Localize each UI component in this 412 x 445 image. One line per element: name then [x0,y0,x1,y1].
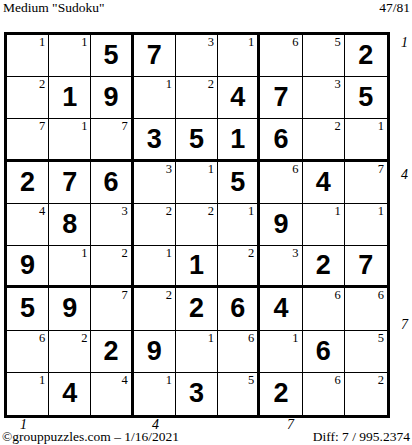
cell-r9c8[interactable]: 6 [303,373,345,415]
pencil-mark: 1 [81,246,87,260]
cell-r9c3[interactable]: 4 [91,373,133,415]
pencil-mark: 5 [378,331,384,345]
pencil-mark: 4 [39,204,45,218]
cell-r3c6[interactable]: 1 [218,119,260,161]
filled-digit: 4 [49,373,90,415]
cell-r1c6[interactable]: 1 [218,35,260,77]
cell-r1c1[interactable]: 1 [7,35,49,77]
pencil-mark: 2 [121,246,127,260]
pencil-mark: 1 [208,331,214,345]
filled-digit: 9 [49,288,90,329]
cell-r1c7[interactable]: 6 [260,35,302,77]
cell-r9c7[interactable]: 2 [260,373,302,415]
pencil-mark: 1 [248,35,254,49]
pencil-mark: 6 [335,288,341,302]
cell-r7c8[interactable]: 6 [303,288,345,330]
cell-r5c4[interactable]: 2 [134,204,176,246]
cell-r4c7[interactable]: 6 [260,162,302,204]
filled-digit: 9 [91,77,130,118]
cell-r1c8[interactable]: 5 [303,35,345,77]
pencil-mark: 1 [166,373,172,387]
cell-r5c2[interactable]: 8 [49,204,91,246]
pencil-mark: 4 [121,373,127,387]
cell-r8c5[interactable]: 1 [176,331,218,373]
pencil-mark: 2 [208,204,214,218]
cell-r4c1[interactable]: 2 [7,162,49,204]
pencil-mark: 7 [121,288,127,302]
filled-digit: 3 [134,119,175,158]
cell-r6c3[interactable]: 2 [91,246,133,288]
pencil-mark: 2 [81,331,87,345]
filled-digit: 6 [260,119,301,158]
cell-r4c3[interactable]: 6 [91,162,133,204]
cell-r7c6[interactable]: 6 [218,288,260,330]
pencil-mark: 6 [335,373,341,387]
cell-r9c4[interactable]: 1 [134,373,176,415]
cell-r3c7[interactable]: 6 [260,119,302,161]
filled-digit: 2 [260,373,301,415]
cell-r2c1[interactable]: 2 [7,77,49,119]
pencil-mark: 7 [121,119,127,133]
pencil-mark: 1 [166,246,172,260]
cell-r1c3[interactable]: 5 [91,35,133,77]
cell-r2c8[interactable]: 3 [303,77,345,119]
cell-r2c5[interactable]: 2 [176,77,218,119]
cell-r7c9[interactable]: 6 [345,288,387,330]
pencil-mark: 1 [81,119,87,133]
filled-digit: 4 [260,288,301,329]
filled-digit: 5 [176,119,217,158]
pencil-mark: 6 [292,35,298,49]
filled-digit: 3 [176,373,217,415]
pencil-mark: 7 [378,162,384,176]
filled-digit: 4 [218,77,257,118]
cell-r7c7[interactable]: 4 [260,288,302,330]
pencil-mark: 1 [166,77,172,91]
cell-r6c8[interactable]: 2 [303,246,345,288]
cell-r3c4[interactable]: 3 [134,119,176,161]
pencil-mark: 5 [248,373,254,387]
cell-r1c4[interactable]: 7 [134,35,176,77]
cell-r7c3[interactable]: 7 [91,288,133,330]
sudoku-board: 1157316522191247357173516212763156474832… [4,32,390,418]
pencil-mark: 1 [81,35,87,49]
pencil-mark: 2 [166,204,172,218]
pencil-mark: 1 [208,162,214,176]
cell-r2c2[interactable]: 1 [49,77,91,119]
pencil-mark: 6 [378,288,384,302]
pencil-mark: 1 [248,204,254,218]
cell-r4c8[interactable]: 4 [303,162,345,204]
cell-r1c5[interactable]: 3 [176,35,218,77]
copyright-date: ©grouppuzzles.com – 1/16/2021 [2,429,179,444]
cell-r5c8[interactable]: 1 [303,204,345,246]
pencil-mark: 2 [248,246,254,260]
filled-digit: 5 [345,77,387,118]
cell-r7c5[interactable]: 2 [176,288,218,330]
filled-digit: 6 [218,288,257,329]
cell-r2c9[interactable]: 5 [345,77,387,119]
filled-digit: 7 [260,77,301,118]
cell-r5c9[interactable]: 1 [345,204,387,246]
cell-r5c7[interactable]: 9 [260,204,302,246]
cell-r6c7[interactable]: 3 [260,246,302,288]
cell-r8c3[interactable]: 2 [91,331,133,373]
cell-r4c2[interactable]: 7 [49,162,91,204]
cell-r7c2[interactable]: 9 [49,288,91,330]
filled-digit: 9 [134,331,175,372]
cell-r9c6[interactable]: 5 [218,373,260,415]
difficulty-rating: Diff: 7 / 995.2374 [313,429,410,444]
pencil-mark: 2 [208,77,214,91]
cell-r4c5[interactable]: 1 [176,162,218,204]
cell-r6c5[interactable]: 1 [176,246,218,288]
cell-r9c5[interactable]: 3 [176,373,218,415]
filled-digit: 1 [176,246,217,285]
row-label-7: 7 [401,318,408,332]
filled-digit: 8 [49,204,90,245]
cell-r3c8[interactable]: 2 [303,119,345,161]
filled-digit: 1 [218,119,257,158]
cell-r2c3[interactable]: 9 [91,77,133,119]
pencil-mark: 2 [166,288,172,302]
cell-r3c3[interactable]: 7 [91,119,133,161]
fill-counter: 47/81 [379,0,410,15]
cell-r1c9[interactable]: 2 [345,35,387,77]
filled-digit: 6 [303,331,344,372]
pencil-mark: 1 [39,373,45,387]
cell-r3c2[interactable]: 1 [49,119,91,161]
pencil-mark: 6 [292,162,298,176]
cell-r2c7[interactable]: 7 [260,77,302,119]
header: Medium "Sudoku" 47/81 [3,0,410,15]
cell-r2c6[interactable]: 4 [218,77,260,119]
cell-r8c9[interactable]: 5 [345,331,387,373]
pencil-mark: 2 [39,77,45,91]
filled-digit: 7 [345,246,387,285]
filled-digit: 2 [176,288,217,329]
cell-r6c1[interactable]: 9 [7,246,49,288]
pencil-mark: 2 [378,373,384,387]
pencil-mark: 5 [335,35,341,49]
pencil-mark: 1 [292,331,298,345]
pencil-mark: 1 [378,119,384,133]
filled-digit: 5 [91,35,130,76]
cell-r8c6[interactable]: 6 [218,331,260,373]
cell-r5c3[interactable]: 3 [91,204,133,246]
pencil-mark: 6 [248,331,254,345]
cell-r3c5[interactable]: 5 [176,119,218,161]
filled-digit: 9 [260,204,301,245]
cell-r6c2[interactable]: 1 [49,246,91,288]
filled-digit: 4 [303,162,344,203]
pencil-mark: 1 [39,35,45,49]
cell-r4c9[interactable]: 7 [345,162,387,204]
pencil-mark: 1 [335,204,341,218]
row-label-1: 1 [401,36,408,50]
filled-digit: 2 [7,162,48,203]
cell-r9c1[interactable]: 1 [7,373,49,415]
cell-r8c1[interactable]: 6 [7,331,49,373]
cell-r6c9[interactable]: 7 [345,246,387,288]
cell-r7c1[interactable]: 5 [7,288,49,330]
footer: ©grouppuzzles.com – 1/16/2021 Diff: 7 / … [2,429,410,444]
filled-digit: 2 [303,246,344,285]
filled-digit: 6 [91,162,130,203]
filled-digit: 2 [345,35,387,76]
cell-r2c4[interactable]: 1 [134,77,176,119]
filled-digit: 5 [7,288,48,329]
cell-r4c6[interactable]: 5 [218,162,260,204]
filled-digit: 5 [218,162,257,203]
cell-r9c9[interactable]: 2 [345,373,387,415]
cell-r8c8[interactable]: 6 [303,331,345,373]
cell-r6c6[interactable]: 2 [218,246,260,288]
cell-r5c6[interactable]: 1 [218,204,260,246]
cell-r1c2[interactable]: 1 [49,35,91,77]
row-label-4: 4 [401,168,408,182]
cell-r3c9[interactable]: 1 [345,119,387,161]
cell-r7c4[interactable]: 2 [134,288,176,330]
filled-digit: 7 [49,162,90,203]
filled-digit: 7 [134,35,175,76]
cell-r8c4[interactable]: 9 [134,331,176,373]
pencil-mark: 3 [335,77,341,91]
cell-r5c5[interactable]: 2 [176,204,218,246]
filled-digit: 2 [91,331,130,372]
pencil-mark: 6 [39,331,45,345]
cell-r9c2[interactable]: 4 [49,373,91,415]
filled-digit: 9 [7,246,48,285]
pencil-mark: 3 [166,162,172,176]
pencil-mark: 2 [335,119,341,133]
pencil-mark: 3 [292,246,298,260]
pencil-mark: 3 [121,204,127,218]
page-title: Medium "Sudoku" [3,0,104,15]
cell-r8c7[interactable]: 1 [260,331,302,373]
filled-digit: 1 [49,77,90,118]
pencil-mark: 7 [39,119,45,133]
cell-r3c1[interactable]: 7 [7,119,49,161]
pencil-mark: 3 [208,35,214,49]
puzzle-page: Medium "Sudoku" 47/81 115731652219124735… [0,0,412,445]
cell-r4c4[interactable]: 3 [134,162,176,204]
cell-r5c1[interactable]: 4 [7,204,49,246]
pencil-mark: 1 [378,204,384,218]
cell-r8c2[interactable]: 2 [49,331,91,373]
cell-r6c4[interactable]: 1 [134,246,176,288]
